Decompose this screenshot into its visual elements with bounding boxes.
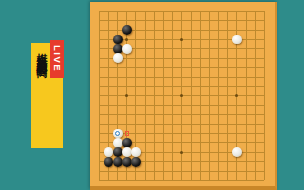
black-stone: [113, 35, 123, 45]
board-vline: [191, 11, 192, 180]
board-vline: [218, 11, 219, 180]
white-stone: [113, 53, 123, 63]
board-vline: [227, 11, 228, 180]
board-hline: [99, 114, 264, 115]
white-stone: [122, 44, 132, 54]
white-stone: [131, 147, 141, 157]
black-stone: [122, 138, 132, 148]
board-vline: [255, 11, 256, 180]
black-stone: [104, 157, 114, 167]
white-stone: [113, 129, 123, 139]
white-stone: [104, 147, 114, 157]
board-hline: [99, 180, 264, 181]
star-point: [125, 94, 128, 97]
banner-title: 棋友对局精彩瞬间: [36, 44, 47, 60]
star-point: [180, 38, 183, 41]
white-stone: [232, 35, 242, 45]
go-board[interactable]: [90, 2, 277, 190]
star-point: [180, 94, 183, 97]
star-point: [180, 151, 183, 154]
live-badge-label: LIVE: [52, 45, 63, 72]
black-stone: [131, 157, 141, 167]
star-point: [125, 38, 128, 41]
board-vline: [209, 11, 210, 180]
board-hline: [99, 105, 264, 106]
white-stone: [232, 147, 242, 157]
board-hline: [99, 124, 264, 125]
go-board-grid[interactable]: [90, 2, 275, 186]
red-square-marker: [125, 131, 129, 135]
board-vline: [264, 11, 265, 180]
last-move-marker: [115, 131, 120, 136]
board-hline: [99, 171, 264, 172]
board-vline: [200, 11, 201, 180]
board-vline: [246, 11, 247, 180]
broadcast-frame: 棋友对局精彩瞬间 LIVE: [0, 0, 304, 190]
star-point: [235, 94, 238, 97]
live-badge: LIVE: [50, 40, 64, 78]
black-stone: [122, 25, 132, 35]
